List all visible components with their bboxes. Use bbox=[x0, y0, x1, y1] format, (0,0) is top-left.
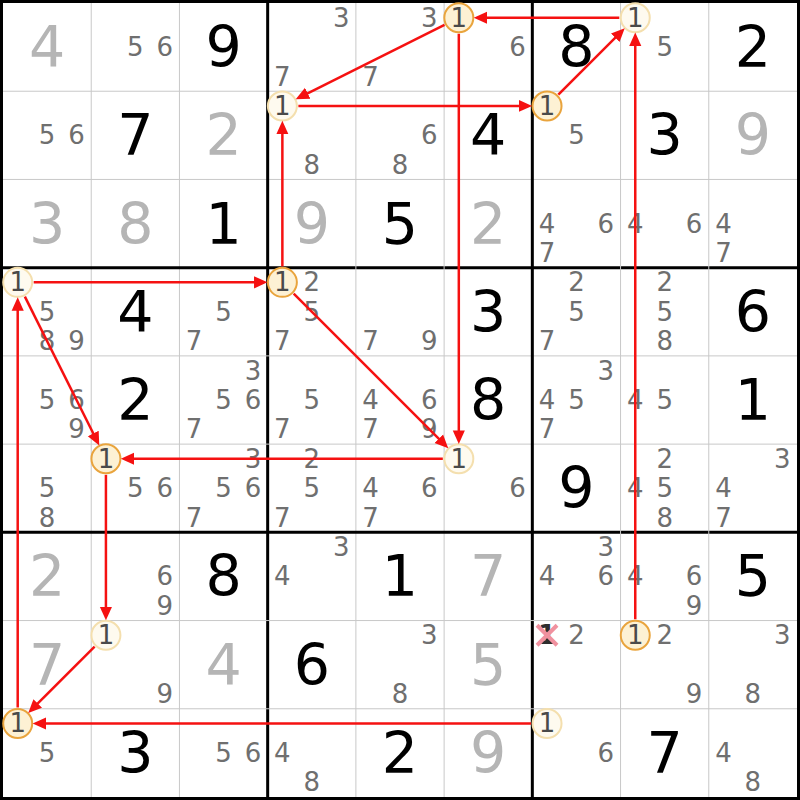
given-digit: 5 bbox=[356, 179, 444, 267]
cell-r3c4[interactable]: 9 bbox=[268, 179, 356, 267]
solved-digit: 9 bbox=[709, 91, 797, 179]
candidate-6[interactable]: 6 bbox=[150, 474, 179, 503]
candidate-5[interactable]: 5 bbox=[650, 297, 679, 326]
candidate-7[interactable]: 7 bbox=[532, 415, 561, 444]
candidate-9[interactable]: 9 bbox=[62, 415, 91, 444]
given-digit: 4 bbox=[444, 91, 532, 179]
given-digit: 8 bbox=[444, 356, 532, 444]
cell-r2c4[interactable]: 18 bbox=[268, 91, 356, 179]
candidate-4[interactable]: 4 bbox=[621, 209, 650, 238]
candidate-2[interactable]: 2 bbox=[297, 444, 326, 473]
cell-r4c3[interactable]: 57 bbox=[179, 268, 267, 356]
candidate-5[interactable]: 5 bbox=[32, 738, 61, 767]
cell-r1c3[interactable]: 9 bbox=[179, 3, 267, 91]
sudoku-board: 4569373716815256721868415393819524674647… bbox=[0, 0, 800, 800]
candidate-8[interactable]: 8 bbox=[385, 679, 414, 708]
candidate-9[interactable]: 9 bbox=[679, 679, 708, 708]
candidate-7[interactable]: 7 bbox=[356, 62, 385, 91]
cell-r2c8[interactable]: 3 bbox=[621, 91, 709, 179]
candidate-5[interactable]: 5 bbox=[562, 121, 591, 150]
cell-r7c7[interactable]: 346 bbox=[532, 532, 620, 620]
cell-r5c7[interactable]: 3457 bbox=[532, 356, 620, 444]
solved-digit: 4 bbox=[179, 621, 267, 709]
candidate-7[interactable]: 7 bbox=[532, 326, 561, 355]
candidate-6[interactable]: 6 bbox=[62, 385, 91, 414]
candidate-5[interactable]: 5 bbox=[209, 385, 238, 414]
solved-digit: 8 bbox=[91, 179, 179, 267]
given-digit: 2 bbox=[709, 3, 797, 91]
candidate-6[interactable]: 6 bbox=[503, 32, 532, 61]
solved-digit: 3 bbox=[3, 179, 91, 267]
cell-r3c2[interactable]: 8 bbox=[91, 179, 179, 267]
candidate-5[interactable]: 5 bbox=[650, 385, 679, 414]
candidate-7[interactable]: 7 bbox=[268, 326, 297, 355]
given-digit: 8 bbox=[532, 3, 620, 91]
cell-r1c7[interactable]: 8 bbox=[532, 3, 620, 91]
candidate-1[interactable]: 1 bbox=[268, 268, 297, 297]
candidate-3[interactable]: 3 bbox=[326, 532, 355, 561]
cell-r1c5[interactable]: 37 bbox=[356, 3, 444, 91]
given-digit: 3 bbox=[444, 268, 532, 356]
candidate-5[interactable]: 5 bbox=[32, 385, 61, 414]
cell-r9c3[interactable]: 56 bbox=[179, 709, 267, 797]
candidate-4[interactable]: 4 bbox=[356, 474, 385, 503]
candidate-6[interactable]: 6 bbox=[415, 385, 444, 414]
candidate-5[interactable]: 5 bbox=[209, 738, 238, 767]
cell-r8c1[interactable]: 7 bbox=[3, 621, 91, 709]
solved-digit: 7 bbox=[444, 532, 532, 620]
cell-r6c1[interactable]: 58 bbox=[3, 444, 91, 532]
cell-r5c2[interactable]: 2 bbox=[91, 356, 179, 444]
cell-r4c8[interactable]: 258 bbox=[621, 268, 709, 356]
candidate-1[interactable]: 1 bbox=[268, 91, 297, 120]
cell-r3c6[interactable]: 2 bbox=[444, 179, 532, 267]
cell-r8c5[interactable]: 38 bbox=[356, 621, 444, 709]
cell-r4c5[interactable]: 79 bbox=[356, 268, 444, 356]
solved-digit: 2 bbox=[444, 179, 532, 267]
candidate-8[interactable]: 8 bbox=[738, 679, 767, 708]
cell-r4c9[interactable]: 6 bbox=[709, 268, 797, 356]
cell-r2c7[interactable]: 15 bbox=[532, 91, 620, 179]
candidate-8[interactable]: 8 bbox=[650, 503, 679, 532]
sudoku-cells: 4569373716815256721868415393819524674647… bbox=[0, 0, 800, 800]
cell-r4c4[interactable]: 1257 bbox=[268, 268, 356, 356]
candidate-5[interactable]: 5 bbox=[297, 474, 326, 503]
cell-r4c6[interactable]: 3 bbox=[444, 268, 532, 356]
given-digit: 6 bbox=[268, 621, 356, 709]
candidate-4[interactable]: 4 bbox=[268, 562, 297, 591]
candidate-5[interactable]: 5 bbox=[32, 297, 61, 326]
given-digit: 1 bbox=[179, 179, 267, 267]
cell-r6c2[interactable]: 156 bbox=[91, 444, 179, 532]
cell-r5c8[interactable]: 45 bbox=[621, 356, 709, 444]
cell-r1c2[interactable]: 56 bbox=[91, 3, 179, 91]
candidate-7[interactable]: 7 bbox=[709, 238, 738, 267]
cell-r1c9[interactable]: 2 bbox=[709, 3, 797, 91]
cell-r3c9[interactable]: 47 bbox=[709, 179, 797, 267]
candidate-9[interactable]: 9 bbox=[150, 591, 179, 620]
cell-r6c8[interactable]: 2458 bbox=[621, 444, 709, 532]
candidate-2[interactable]: 2 bbox=[562, 268, 591, 297]
candidate-7[interactable]: 7 bbox=[268, 415, 297, 444]
cell-r2c6[interactable]: 4 bbox=[444, 91, 532, 179]
cell-r8c4[interactable]: 6 bbox=[268, 621, 356, 709]
given-digit: 7 bbox=[91, 91, 179, 179]
candidate-6[interactable]: 6 bbox=[591, 562, 620, 591]
candidate-4[interactable]: 4 bbox=[709, 209, 738, 238]
candidate-1[interactable]: 1 bbox=[444, 444, 473, 473]
candidate-1[interactable]: 1 bbox=[91, 444, 120, 473]
candidate-6[interactable]: 6 bbox=[679, 562, 708, 591]
cell-r9c1[interactable]: 15 bbox=[3, 709, 91, 797]
cell-r5c5[interactable]: 4679 bbox=[356, 356, 444, 444]
candidate-1[interactable]: 1 bbox=[444, 3, 473, 32]
cell-r6c9[interactable]: 347 bbox=[709, 444, 797, 532]
candidate-9[interactable]: 9 bbox=[150, 679, 179, 708]
candidate-1[interactable]: 1 bbox=[532, 621, 561, 650]
given-digit: 7 bbox=[621, 709, 709, 797]
cell-r7c1[interactable]: 2 bbox=[3, 532, 91, 620]
candidate-3[interactable]: 3 bbox=[768, 621, 797, 650]
candidate-4[interactable]: 4 bbox=[532, 562, 561, 591]
candidate-8[interactable]: 8 bbox=[32, 326, 61, 355]
candidate-3[interactable]: 3 bbox=[238, 444, 267, 473]
candidate-4[interactable]: 4 bbox=[268, 738, 297, 767]
candidate-6[interactable]: 6 bbox=[591, 738, 620, 767]
cell-r5c3[interactable]: 3567 bbox=[179, 356, 267, 444]
candidate-1[interactable]: 1 bbox=[621, 3, 650, 32]
candidate-3[interactable]: 3 bbox=[415, 621, 444, 650]
solved-digit: 4 bbox=[3, 3, 91, 91]
given-digit: 6 bbox=[709, 268, 797, 356]
candidate-2[interactable]: 2 bbox=[650, 268, 679, 297]
candidate-3[interactable]: 3 bbox=[326, 3, 355, 32]
cell-r7c9[interactable]: 5 bbox=[709, 532, 797, 620]
candidate-5[interactable]: 5 bbox=[562, 297, 591, 326]
solved-digit: 9 bbox=[268, 179, 356, 267]
given-digit: 2 bbox=[91, 356, 179, 444]
candidate-2[interactable]: 2 bbox=[297, 268, 326, 297]
candidate-7[interactable]: 7 bbox=[268, 503, 297, 532]
cell-r8c8[interactable]: 129 bbox=[621, 621, 709, 709]
candidate-1[interactable]: 1 bbox=[532, 91, 561, 120]
candidate-5[interactable]: 5 bbox=[297, 297, 326, 326]
candidate-5[interactable]: 5 bbox=[121, 474, 150, 503]
cell-r5c9[interactable]: 1 bbox=[709, 356, 797, 444]
given-digit: 9 bbox=[532, 444, 620, 532]
cell-r7c5[interactable]: 1 bbox=[356, 532, 444, 620]
cell-r5c4[interactable]: 57 bbox=[268, 356, 356, 444]
candidate-8[interactable]: 8 bbox=[297, 150, 326, 179]
cell-r3c1[interactable]: 3 bbox=[3, 179, 91, 267]
cell-r3c5[interactable]: 5 bbox=[356, 179, 444, 267]
cell-r7c2[interactable]: 69 bbox=[91, 532, 179, 620]
candidate-8[interactable]: 8 bbox=[650, 326, 679, 355]
cell-r6c3[interactable]: 3567 bbox=[179, 444, 267, 532]
cell-r1c4[interactable]: 37 bbox=[268, 3, 356, 91]
candidate-5[interactable]: 5 bbox=[32, 121, 61, 150]
candidate-2[interactable]: 2 bbox=[650, 621, 679, 650]
candidate-5[interactable]: 5 bbox=[209, 474, 238, 503]
candidate-7[interactable]: 7 bbox=[356, 415, 385, 444]
candidate-4[interactable]: 4 bbox=[532, 385, 561, 414]
cell-r8c3[interactable]: 4 bbox=[179, 621, 267, 709]
candidate-3[interactable]: 3 bbox=[415, 3, 444, 32]
cell-r5c1[interactable]: 569 bbox=[3, 356, 91, 444]
solved-digit: 9 bbox=[444, 709, 532, 797]
given-digit: 8 bbox=[179, 532, 267, 620]
given-digit: 3 bbox=[91, 709, 179, 797]
cell-r3c8[interactable]: 46 bbox=[621, 179, 709, 267]
cell-r8c9[interactable]: 38 bbox=[709, 621, 797, 709]
cell-r7c4[interactable]: 34 bbox=[268, 532, 356, 620]
candidate-3[interactable]: 3 bbox=[591, 532, 620, 561]
candidate-4[interactable]: 4 bbox=[621, 562, 650, 591]
candidate-6[interactable]: 6 bbox=[591, 209, 620, 238]
given-digit: 2 bbox=[356, 709, 444, 797]
candidate-5[interactable]: 5 bbox=[209, 297, 238, 326]
cell-r6c4[interactable]: 257 bbox=[268, 444, 356, 532]
candidate-7[interactable]: 7 bbox=[179, 415, 208, 444]
given-digit: 3 bbox=[621, 91, 709, 179]
candidate-8[interactable]: 8 bbox=[32, 503, 61, 532]
given-digit: 1 bbox=[709, 356, 797, 444]
cell-r3c7[interactable]: 467 bbox=[532, 179, 620, 267]
cell-r2c5[interactable]: 68 bbox=[356, 91, 444, 179]
candidate-8[interactable]: 8 bbox=[385, 150, 414, 179]
cell-r9c5[interactable]: 2 bbox=[356, 709, 444, 797]
candidate-7[interactable]: 7 bbox=[532, 238, 561, 267]
candidate-8[interactable]: 8 bbox=[738, 768, 767, 797]
solved-digit: 5 bbox=[444, 621, 532, 709]
cell-r2c9[interactable]: 9 bbox=[709, 91, 797, 179]
candidate-1[interactable]: 1 bbox=[3, 709, 32, 738]
cell-r8c6[interactable]: 5 bbox=[444, 621, 532, 709]
candidate-6[interactable]: 6 bbox=[238, 385, 267, 414]
candidate-9[interactable]: 9 bbox=[415, 415, 444, 444]
candidate-6[interactable]: 6 bbox=[238, 738, 267, 767]
cell-r4c2[interactable]: 4 bbox=[91, 268, 179, 356]
candidate-6[interactable]: 6 bbox=[62, 121, 91, 150]
cell-r2c3[interactable]: 2 bbox=[179, 91, 267, 179]
candidate-9[interactable]: 9 bbox=[679, 591, 708, 620]
candidate-4[interactable]: 4 bbox=[532, 209, 561, 238]
candidate-6[interactable]: 6 bbox=[415, 121, 444, 150]
candidate-6[interactable]: 6 bbox=[503, 474, 532, 503]
candidate-5[interactable]: 5 bbox=[562, 385, 591, 414]
candidate-6[interactable]: 6 bbox=[150, 32, 179, 61]
candidate-3[interactable]: 3 bbox=[238, 356, 267, 385]
candidate-5[interactable]: 5 bbox=[32, 474, 61, 503]
candidate-3[interactable]: 3 bbox=[591, 356, 620, 385]
cell-r7c6[interactable]: 7 bbox=[444, 532, 532, 620]
candidate-5[interactable]: 5 bbox=[650, 474, 679, 503]
cell-r2c1[interactable]: 56 bbox=[3, 91, 91, 179]
cell-r7c3[interactable]: 8 bbox=[179, 532, 267, 620]
cell-r5c6[interactable]: 8 bbox=[444, 356, 532, 444]
candidate-7[interactable]: 7 bbox=[356, 326, 385, 355]
candidate-2[interactable]: 2 bbox=[650, 444, 679, 473]
candidate-6[interactable]: 6 bbox=[238, 474, 267, 503]
candidate-7[interactable]: 7 bbox=[179, 503, 208, 532]
cell-r9c6[interactable]: 9 bbox=[444, 709, 532, 797]
candidate-4[interactable]: 4 bbox=[356, 385, 385, 414]
candidate-1[interactable]: 1 bbox=[532, 709, 561, 738]
candidate-7[interactable]: 7 bbox=[268, 62, 297, 91]
cell-r7c8[interactable]: 469 bbox=[621, 532, 709, 620]
candidate-4[interactable]: 4 bbox=[709, 474, 738, 503]
solved-digit: 2 bbox=[3, 532, 91, 620]
cell-r4c1[interactable]: 1589 bbox=[3, 268, 91, 356]
candidate-6[interactable]: 6 bbox=[679, 209, 708, 238]
candidate-7[interactable]: 7 bbox=[179, 326, 208, 355]
candidate-5[interactable]: 5 bbox=[297, 385, 326, 414]
solved-digit: 7 bbox=[3, 621, 91, 709]
candidate-1[interactable]: 1 bbox=[91, 621, 120, 650]
candidate-5[interactable]: 5 bbox=[121, 32, 150, 61]
candidate-7[interactable]: 7 bbox=[356, 503, 385, 532]
candidate-1[interactable]: 1 bbox=[621, 621, 650, 650]
cell-r9c9[interactable]: 48 bbox=[709, 709, 797, 797]
candidate-7[interactable]: 7 bbox=[709, 503, 738, 532]
cell-r2c2[interactable]: 7 bbox=[91, 91, 179, 179]
candidate-2[interactable]: 2 bbox=[562, 621, 591, 650]
candidate-9[interactable]: 9 bbox=[415, 326, 444, 355]
cell-r1c1[interactable]: 4 bbox=[3, 3, 91, 91]
candidate-8[interactable]: 8 bbox=[297, 768, 326, 797]
given-digit: 4 bbox=[91, 268, 179, 356]
candidate-6[interactable]: 6 bbox=[150, 562, 179, 591]
candidate-1[interactable]: 1 bbox=[3, 268, 32, 297]
candidate-3[interactable]: 3 bbox=[768, 444, 797, 473]
given-digit: 9 bbox=[179, 3, 267, 91]
cell-r9c8[interactable]: 7 bbox=[621, 709, 709, 797]
candidate-6[interactable]: 6 bbox=[415, 474, 444, 503]
cell-r3c3[interactable]: 1 bbox=[179, 179, 267, 267]
given-digit: 5 bbox=[709, 532, 797, 620]
cell-r9c2[interactable]: 3 bbox=[91, 709, 179, 797]
cell-r6c7[interactable]: 9 bbox=[532, 444, 620, 532]
candidate-4[interactable]: 4 bbox=[621, 385, 650, 414]
cell-r1c8[interactable]: 15 bbox=[621, 3, 709, 91]
solved-digit: 2 bbox=[179, 91, 267, 179]
candidate-4[interactable]: 4 bbox=[709, 738, 738, 767]
cell-r8c2[interactable]: 19 bbox=[91, 621, 179, 709]
candidate-4[interactable]: 4 bbox=[621, 474, 650, 503]
cell-r4c7[interactable]: 257 bbox=[532, 268, 620, 356]
cell-r9c7[interactable]: 16 bbox=[532, 709, 620, 797]
candidate-9[interactable]: 9 bbox=[62, 326, 91, 355]
cell-r6c5[interactable]: 467 bbox=[356, 444, 444, 532]
cell-r6c6[interactable]: 16 bbox=[444, 444, 532, 532]
cell-r1c6[interactable]: 16 bbox=[444, 3, 532, 91]
cell-r8c7[interactable]: 12 bbox=[532, 621, 620, 709]
cell-r9c4[interactable]: 48 bbox=[268, 709, 356, 797]
candidate-5[interactable]: 5 bbox=[650, 32, 679, 61]
given-digit: 1 bbox=[356, 532, 444, 620]
